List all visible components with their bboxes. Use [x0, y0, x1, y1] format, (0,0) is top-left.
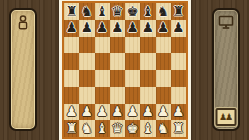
white-pawn-piece[interactable]: ♟ [157, 105, 169, 119]
square-d2[interactable]: ♟ [110, 104, 125, 121]
square-f1[interactable]: ♝ [140, 120, 155, 137]
square-c5[interactable] [95, 53, 110, 70]
square-g6[interactable] [156, 37, 171, 54]
square-h8[interactable]: ♜ [171, 3, 186, 20]
white-king-piece[interactable]: ♚ [127, 122, 139, 136]
square-b6[interactable] [79, 37, 94, 54]
black-pawn-piece[interactable]: ♟ [172, 21, 184, 35]
square-g4[interactable] [156, 70, 171, 87]
square-h7[interactable]: ♟ [171, 20, 186, 37]
square-b3[interactable] [79, 87, 94, 104]
square-e7[interactable]: ♟ [125, 20, 140, 37]
player-panel-computer[interactable]: ♟♟ [212, 8, 240, 131]
white-bishop-piece[interactable]: ♝ [96, 122, 108, 136]
square-h4[interactable] [171, 70, 186, 87]
chess-board: ♜♞♝♛♚♝♞♜♟♟♟♟♟♟♟♟♟♟♟♟♟♟♟♟♜♞♝♛♚♝♞♜ [64, 3, 186, 137]
square-g3[interactable] [156, 87, 171, 104]
white-pawn-piece[interactable]: ♟ [142, 105, 154, 119]
square-c1[interactable]: ♝ [95, 120, 110, 137]
white-pawn-piece[interactable]: ♟ [172, 105, 184, 119]
black-pawn-piece[interactable]: ♟ [127, 21, 139, 35]
square-d4[interactable] [110, 70, 125, 87]
human-player-icon [15, 14, 32, 37]
computer-player-icon [217, 14, 236, 35]
square-a5[interactable] [64, 53, 79, 70]
black-pawn-piece[interactable]: ♟ [157, 21, 169, 35]
square-c7[interactable]: ♟ [95, 20, 110, 37]
square-g2[interactable]: ♟ [156, 104, 171, 121]
white-rook-piece[interactable]: ♜ [172, 122, 184, 136]
white-pawn-piece[interactable]: ♟ [111, 105, 123, 119]
square-b7[interactable]: ♟ [79, 20, 94, 37]
piece-set-button[interactable]: ♟♟ [216, 108, 237, 126]
square-d3[interactable] [110, 87, 125, 104]
square-g8[interactable]: ♞ [156, 3, 171, 20]
board-border: ♜♞♝♛♚♝♞♜♟♟♟♟♟♟♟♟♟♟♟♟♟♟♟♟♜♞♝♛♚♝♞♜ [62, 1, 188, 139]
square-d1[interactable]: ♛ [110, 120, 125, 137]
square-f8[interactable]: ♝ [140, 3, 155, 20]
square-f5[interactable] [140, 53, 155, 70]
square-e2[interactable]: ♟ [125, 104, 140, 121]
square-a7[interactable]: ♟ [64, 20, 79, 37]
black-knight-piece[interactable]: ♞ [157, 5, 169, 19]
square-a4[interactable] [64, 70, 79, 87]
black-pawn-piece[interactable]: ♟ [96, 21, 108, 35]
square-f4[interactable] [140, 70, 155, 87]
square-f2[interactable]: ♟ [140, 104, 155, 121]
black-rook-piece[interactable]: ♜ [66, 5, 78, 19]
black-king-piece[interactable]: ♚ [127, 5, 139, 19]
square-b4[interactable] [79, 70, 94, 87]
square-a3[interactable] [64, 87, 79, 104]
square-h2[interactable]: ♟ [171, 104, 186, 121]
white-queen-piece[interactable]: ♛ [111, 122, 123, 136]
square-g7[interactable]: ♟ [156, 20, 171, 37]
square-e3[interactable] [125, 87, 140, 104]
player-panel-human[interactable] [9, 8, 37, 131]
black-pawn-piece[interactable]: ♟ [81, 21, 93, 35]
square-b2[interactable]: ♟ [79, 104, 94, 121]
white-pawn-piece[interactable]: ♟ [66, 105, 78, 119]
square-c8[interactable]: ♝ [95, 3, 110, 20]
square-h1[interactable]: ♜ [171, 120, 186, 137]
square-e1[interactable]: ♚ [125, 120, 140, 137]
square-b5[interactable] [79, 53, 94, 70]
white-knight-piece[interactable]: ♞ [81, 122, 93, 136]
black-rook-piece[interactable]: ♜ [172, 5, 184, 19]
square-d5[interactable] [110, 53, 125, 70]
square-e6[interactable] [125, 37, 140, 54]
white-bishop-piece[interactable]: ♝ [142, 122, 154, 136]
square-a6[interactable] [64, 37, 79, 54]
square-a1[interactable]: ♜ [64, 120, 79, 137]
black-knight-piece[interactable]: ♞ [81, 5, 93, 19]
white-pawn-piece[interactable]: ♟ [81, 105, 93, 119]
chess-app-window: ♟♟ ♜♞♝♛♚♝♞♜♟♟♟♟♟♟♟♟♟♟♟♟♟♟♟♟♜♞♝♛♚♝♞♜ [0, 0, 249, 140]
square-f7[interactable]: ♟ [140, 20, 155, 37]
square-c2[interactable]: ♟ [95, 104, 110, 121]
square-e5[interactable] [125, 53, 140, 70]
square-d7[interactable]: ♟ [110, 20, 125, 37]
square-f3[interactable] [140, 87, 155, 104]
square-a8[interactable]: ♜ [64, 3, 79, 20]
square-e8[interactable]: ♚ [125, 3, 140, 20]
square-c3[interactable] [95, 87, 110, 104]
square-h5[interactable] [171, 53, 186, 70]
square-h6[interactable] [171, 37, 186, 54]
square-g5[interactable] [156, 53, 171, 70]
square-b8[interactable]: ♞ [79, 3, 94, 20]
square-f6[interactable] [140, 37, 155, 54]
black-bishop-piece[interactable]: ♝ [96, 5, 108, 19]
black-pawn-piece[interactable]: ♟ [66, 21, 78, 35]
black-queen-piece[interactable]: ♛ [111, 5, 123, 19]
white-pawn-piece[interactable]: ♟ [127, 105, 139, 119]
black-pawn-piece[interactable]: ♟ [142, 21, 154, 35]
white-knight-piece[interactable]: ♞ [157, 122, 169, 136]
square-g1[interactable]: ♞ [156, 120, 171, 137]
black-pawn-piece[interactable]: ♟ [111, 21, 123, 35]
white-rook-piece[interactable]: ♜ [66, 122, 78, 136]
square-c4[interactable] [95, 70, 110, 87]
chess-pieces-icon: ♟♟ [219, 113, 231, 122]
square-a2[interactable]: ♟ [64, 104, 79, 121]
board-frame: ♜♞♝♛♚♝♞♜♟♟♟♟♟♟♟♟♟♟♟♟♟♟♟♟♜♞♝♛♚♝♞♜ [59, 0, 191, 140]
square-h3[interactable] [171, 87, 186, 104]
square-b1[interactable]: ♞ [79, 120, 94, 137]
white-pawn-piece[interactable]: ♟ [96, 105, 108, 119]
square-e4[interactable] [125, 70, 140, 87]
black-bishop-piece[interactable]: ♝ [142, 5, 154, 19]
square-d6[interactable] [110, 37, 125, 54]
square-c6[interactable] [95, 37, 110, 54]
square-d8[interactable]: ♛ [110, 3, 125, 20]
